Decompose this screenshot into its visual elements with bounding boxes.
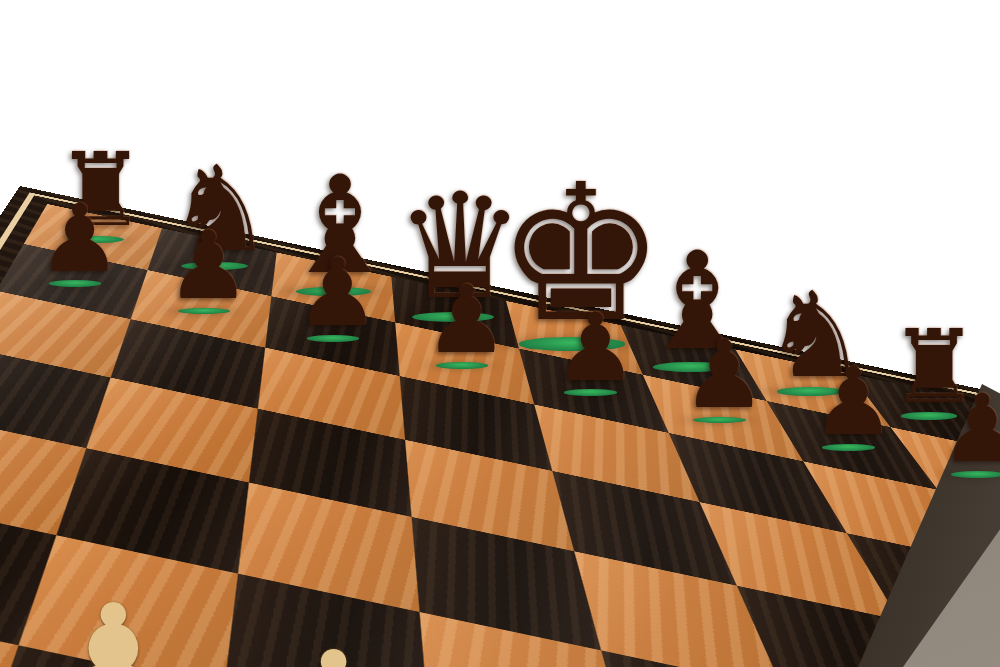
pieces-layer: ♜♞♝♛♚♝♞♜♟♟♟♟♟♟♟♟♟♟ <box>0 0 1000 667</box>
black-pawn-h7: ♟ <box>940 382 1000 476</box>
green-base-felt <box>777 387 843 395</box>
green-base-felt <box>822 444 875 451</box>
black-rook-h8: ♜ <box>888 317 969 419</box>
piece-shadow <box>414 361 504 370</box>
green-base-felt <box>693 417 746 424</box>
piece-shadow <box>265 285 394 298</box>
pawn-glyph: ♟ <box>42 584 170 667</box>
green-base-felt <box>67 236 124 243</box>
green-base-felt <box>296 287 371 296</box>
pawn-glyph: ♟ <box>37 192 112 286</box>
piece-shadow <box>285 334 375 343</box>
white-pawn-b2: ♟ <box>42 584 170 667</box>
piece-shadow <box>475 335 657 354</box>
king-glyph: ♚ <box>496 159 647 348</box>
piece-shadow <box>156 306 246 315</box>
piece-shadow <box>154 260 267 272</box>
green-base-felt <box>519 337 625 350</box>
piece-shadow <box>672 415 762 424</box>
pawn-glyph: ♟ <box>940 382 1000 476</box>
black-rook-a8: ♜ <box>55 140 136 242</box>
rook-glyph: ♜ <box>888 317 969 419</box>
pawn-glyph: ♟ <box>682 328 757 422</box>
piece-shadow <box>877 411 974 421</box>
black-knight-g8: ♞ <box>763 276 858 394</box>
pawn-glyph: ♟ <box>295 246 370 340</box>
piece-shadow <box>27 279 117 288</box>
black-pawn-f7: ♟ <box>682 328 757 422</box>
green-base-felt <box>412 312 494 322</box>
piece-shadow <box>44 235 141 245</box>
green-base-felt <box>653 362 728 371</box>
green-base-felt <box>901 412 958 419</box>
green-base-felt <box>178 308 231 315</box>
pawn-glyph: ♟ <box>166 219 241 313</box>
black-pawn-d7: ♟ <box>424 273 499 367</box>
bishop-glyph: ♝ <box>637 235 745 370</box>
white-pawn-c2: ♟ <box>262 631 390 667</box>
piece-shadow <box>801 443 891 452</box>
bishop-glyph: ♝ <box>280 159 388 294</box>
black-pawn-g7: ♟ <box>811 355 886 449</box>
knight-glyph: ♞ <box>763 276 858 394</box>
black-pawn-a7: ♟ <box>37 192 112 286</box>
black-king-e8: ♚ <box>496 159 647 348</box>
green-base-felt <box>307 335 360 342</box>
chess-set-photo: ♜♞♝♛♚♝♞♜♟♟♟♟♟♟♟♟♟♟ <box>0 0 1000 667</box>
black-pawn-e7: ♟ <box>553 301 628 395</box>
pawn-glyph: ♟ <box>553 301 628 395</box>
piece-shadow <box>929 470 1000 479</box>
black-bishop-f8: ♝ <box>637 235 745 370</box>
pawn-glyph: ♟ <box>424 273 499 367</box>
black-pawn-c7: ♟ <box>295 246 370 340</box>
piece-shadow <box>622 360 751 373</box>
green-base-felt <box>564 389 617 396</box>
green-base-felt <box>181 262 247 270</box>
piece-shadow <box>543 388 633 397</box>
black-pawn-b7: ♟ <box>166 219 241 313</box>
green-base-felt <box>951 471 1000 478</box>
piece-shadow <box>749 386 862 398</box>
black-knight-b8: ♞ <box>167 150 262 268</box>
green-base-felt <box>49 280 102 287</box>
pawn-glyph: ♟ <box>262 631 390 667</box>
green-base-felt <box>436 362 489 369</box>
queen-glyph: ♛ <box>394 174 511 320</box>
piece-shadow <box>378 310 518 325</box>
black-bishop-c8: ♝ <box>280 159 388 294</box>
rook-glyph: ♜ <box>55 140 136 242</box>
knight-glyph: ♞ <box>167 150 262 268</box>
black-queen-d8: ♛ <box>394 174 511 320</box>
pawn-glyph: ♟ <box>811 355 886 449</box>
